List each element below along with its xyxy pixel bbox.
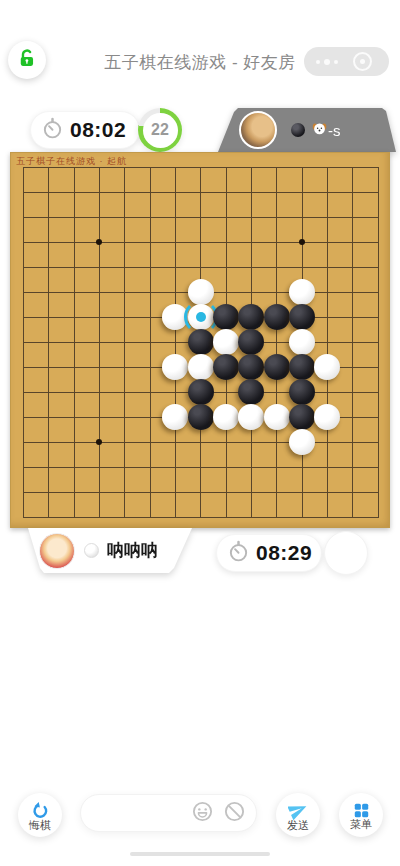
stone-black [188, 329, 214, 355]
minimize-icon[interactable] [353, 52, 372, 71]
opponent-timer: 08:02 [30, 111, 140, 149]
player-countdown-circle [324, 531, 368, 575]
player-timer: 08:29 [216, 534, 322, 572]
stone-black [213, 354, 239, 380]
stone-white [162, 354, 188, 380]
stopwatch-icon [41, 117, 64, 144]
stone-white [213, 329, 239, 355]
block-chat-icon[interactable] [223, 800, 246, 827]
gomoku-board[interactable]: 五子棋子在线游戏 · 起航 [10, 152, 390, 528]
send-label: 发送 [287, 820, 309, 831]
stone-white [238, 404, 264, 430]
opponent-name: -s [312, 121, 341, 139]
stone-black [238, 329, 264, 355]
grid-line-vertical [327, 167, 328, 518]
stone-black [188, 379, 214, 405]
stone-black [289, 354, 315, 380]
stone-white [314, 404, 340, 430]
move-countdown-ring: 22 [138, 108, 182, 152]
gomoku-app-screen: 五子棋在线游戏 - 好友房 08:02 22 [0, 0, 400, 866]
send-button[interactable]: 发送 [276, 793, 320, 837]
stone-white [314, 354, 340, 380]
grid-line-vertical [276, 167, 277, 518]
white-stone-icon [84, 543, 99, 558]
undo-label: 悔棋 [29, 820, 51, 831]
home-indicator [130, 852, 270, 856]
grid-line-horizontal [23, 517, 379, 518]
miniprogram-capsule [304, 47, 389, 76]
stone-white [289, 429, 315, 455]
move-countdown-value: 22 [143, 113, 178, 148]
stone-white [289, 329, 315, 355]
stone-black [289, 304, 315, 330]
undo-icon [31, 800, 50, 820]
opponent-avatar[interactable] [239, 111, 277, 149]
more-options-icon[interactable] [304, 59, 350, 65]
stone-black [213, 304, 239, 330]
grid-line-horizontal [23, 492, 379, 493]
menu-label: 菜单 [350, 819, 372, 830]
stone-black [188, 404, 214, 430]
menu-button[interactable]: 菜单 [339, 793, 383, 837]
grid-line-horizontal [23, 467, 379, 468]
stone-white [264, 404, 290, 430]
stone-white [213, 404, 239, 430]
player-panel: 呐呐呐 [28, 528, 192, 573]
stone-white [162, 404, 188, 430]
grid-line-vertical [378, 167, 379, 518]
star-point [96, 239, 102, 245]
stone-black [289, 379, 315, 405]
opponent-timer-value: 08:02 [70, 118, 126, 142]
black-stone-icon [291, 123, 305, 137]
stone-black [238, 379, 264, 405]
chat-input[interactable] [81, 795, 191, 831]
grid-menu-icon [353, 801, 370, 819]
stone-black [238, 304, 264, 330]
paper-plane-icon [288, 799, 308, 820]
board-grid [10, 152, 390, 528]
stone-black [264, 304, 290, 330]
opponent-panel: -s [218, 108, 396, 152]
player-name: 呐呐呐 [107, 539, 158, 562]
star-point [96, 439, 102, 445]
stone-black [289, 404, 315, 430]
stopwatch-icon [227, 540, 250, 567]
emoji-icon[interactable] [191, 800, 214, 827]
star-point [299, 239, 305, 245]
grid-line-horizontal [23, 442, 379, 443]
stone-white [188, 354, 214, 380]
stone-black [238, 354, 264, 380]
chat-input-box[interactable] [80, 794, 257, 832]
player-avatar[interactable] [39, 533, 75, 569]
undo-move-button[interactable]: 悔棋 [18, 793, 62, 837]
stone-white-last-move [188, 304, 214, 330]
dog-emoji-icon [312, 121, 327, 139]
stone-white [289, 279, 315, 305]
stone-black [264, 354, 290, 380]
grid-line-vertical [352, 167, 353, 518]
player-timer-value: 08:29 [256, 541, 312, 565]
